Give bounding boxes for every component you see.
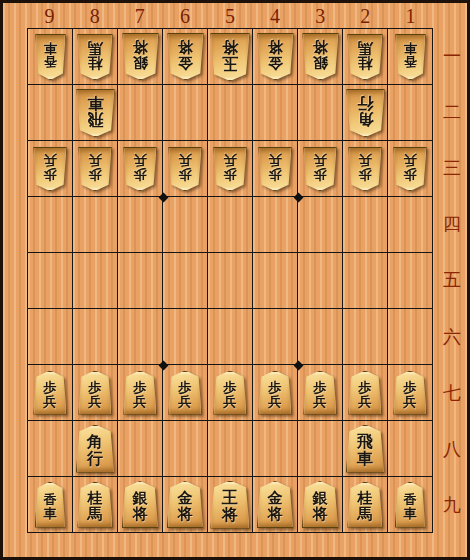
piece-kanji: 香車 bbox=[44, 41, 57, 68]
square-63[interactable]: 歩兵 bbox=[163, 141, 207, 196]
piece-sente-lance[interactable]: 香車 bbox=[395, 482, 426, 528]
piece-kanji: 歩兵 bbox=[268, 153, 282, 181]
rank-label-8: 八 bbox=[437, 421, 467, 477]
square-54[interactable] bbox=[208, 197, 252, 252]
square-32[interactable] bbox=[298, 85, 342, 140]
square-83[interactable]: 歩兵 bbox=[73, 141, 117, 196]
piece-kanji: 歩兵 bbox=[43, 381, 57, 409]
square-29[interactable]: 桂馬 bbox=[343, 477, 387, 532]
square-16[interactable] bbox=[388, 309, 432, 364]
piece-sente-pawn[interactable]: 歩兵 bbox=[348, 371, 382, 415]
square-26[interactable] bbox=[343, 309, 387, 364]
file-label-8: 8 bbox=[72, 3, 117, 29]
file-label-5: 5 bbox=[207, 3, 252, 29]
rank-label-6: 六 bbox=[437, 309, 467, 365]
square-85[interactable] bbox=[73, 253, 117, 308]
piece-sente-pawn[interactable]: 歩兵 bbox=[33, 371, 67, 415]
piece-kanji: 歩兵 bbox=[178, 153, 192, 181]
square-28[interactable]: 飛車 bbox=[343, 421, 387, 476]
square-51[interactable]: 玉将 bbox=[208, 29, 252, 84]
square-19[interactable]: 香車 bbox=[388, 477, 432, 532]
piece-gote-bishop[interactable]: 角行 bbox=[346, 89, 385, 137]
square-12[interactable] bbox=[388, 85, 432, 140]
piece-kanji: 飛車 bbox=[357, 434, 373, 467]
rank-label-1: 一 bbox=[437, 28, 467, 84]
square-87[interactable]: 歩兵 bbox=[73, 365, 117, 420]
piece-gote-pawn[interactable]: 歩兵 bbox=[303, 147, 337, 191]
file-label-9: 9 bbox=[27, 3, 72, 29]
piece-kanji: 歩兵 bbox=[268, 381, 282, 409]
square-93[interactable]: 歩兵 bbox=[28, 141, 72, 196]
square-77[interactable]: 歩兵 bbox=[118, 365, 162, 420]
piece-sente-bishop[interactable]: 角行 bbox=[76, 425, 115, 473]
square-98[interactable] bbox=[28, 421, 72, 476]
square-72[interactable] bbox=[118, 85, 162, 140]
square-31[interactable]: 銀将 bbox=[298, 29, 342, 84]
square-43[interactable]: 歩兵 bbox=[253, 141, 297, 196]
file-label-6: 6 bbox=[162, 3, 207, 29]
square-47[interactable]: 歩兵 bbox=[253, 365, 297, 420]
square-66[interactable] bbox=[163, 309, 207, 364]
piece-sente-knight[interactable]: 桂馬 bbox=[347, 482, 383, 528]
piece-kanji: 銀将 bbox=[133, 491, 148, 522]
piece-kanji: 桂馬 bbox=[88, 39, 103, 70]
square-91[interactable]: 香車 bbox=[28, 29, 72, 84]
square-42[interactable] bbox=[253, 85, 297, 140]
piece-kanji: 香車 bbox=[404, 41, 417, 68]
shogi-board: 香車桂馬銀将金将玉将金将銀将桂馬香車飛車角行歩兵歩兵歩兵歩兵歩兵歩兵歩兵歩兵歩兵… bbox=[27, 28, 433, 533]
piece-kanji: 香車 bbox=[44, 493, 57, 520]
piece-sente-silver[interactable]: 銀将 bbox=[302, 481, 339, 528]
square-57[interactable]: 歩兵 bbox=[208, 365, 252, 420]
square-67[interactable]: 歩兵 bbox=[163, 365, 207, 420]
square-53[interactable]: 歩兵 bbox=[208, 141, 252, 196]
piece-gote-pawn[interactable]: 歩兵 bbox=[78, 147, 112, 191]
piece-kanji: 金将 bbox=[178, 39, 193, 70]
piece-sente-pawn[interactable]: 歩兵 bbox=[393, 371, 427, 415]
square-69[interactable]: 金将 bbox=[163, 477, 207, 532]
square-94[interactable] bbox=[28, 197, 72, 252]
piece-sente-silver[interactable]: 銀将 bbox=[122, 481, 159, 528]
piece-kanji: 角行 bbox=[87, 434, 103, 467]
piece-kanji: 歩兵 bbox=[358, 153, 372, 181]
square-95[interactable] bbox=[28, 253, 72, 308]
square-89[interactable]: 桂馬 bbox=[73, 477, 117, 532]
file-label-4: 4 bbox=[253, 3, 298, 29]
square-22[interactable]: 角行 bbox=[343, 85, 387, 140]
square-97[interactable]: 歩兵 bbox=[28, 365, 72, 420]
file-label-3: 3 bbox=[298, 3, 343, 29]
piece-gote-pawn[interactable]: 歩兵 bbox=[213, 147, 247, 191]
piece-gote-pawn[interactable]: 歩兵 bbox=[168, 147, 202, 191]
piece-kanji: 歩兵 bbox=[403, 381, 417, 409]
square-61[interactable]: 金将 bbox=[163, 29, 207, 84]
piece-kanji: 飛車 bbox=[87, 94, 103, 127]
piece-sente-pawn[interactable]: 歩兵 bbox=[78, 371, 112, 415]
square-41[interactable]: 金将 bbox=[253, 29, 297, 84]
piece-kanji: 歩兵 bbox=[223, 153, 237, 181]
square-86[interactable] bbox=[73, 309, 117, 364]
square-25[interactable] bbox=[343, 253, 387, 308]
piece-sente-knight[interactable]: 桂馬 bbox=[77, 482, 113, 528]
piece-gote-silver[interactable]: 銀将 bbox=[122, 33, 159, 80]
board-grid: 香車桂馬銀将金将玉将金将銀将桂馬香車飛車角行歩兵歩兵歩兵歩兵歩兵歩兵歩兵歩兵歩兵… bbox=[27, 28, 433, 533]
piece-gote-pawn[interactable]: 歩兵 bbox=[393, 147, 427, 191]
square-44[interactable] bbox=[253, 197, 297, 252]
square-23[interactable]: 歩兵 bbox=[343, 141, 387, 196]
piece-kanji: 銀将 bbox=[313, 491, 328, 522]
piece-kanji: 歩兵 bbox=[88, 153, 102, 181]
square-76[interactable] bbox=[118, 309, 162, 364]
piece-gote-king[interactable]: 玉将 bbox=[210, 33, 250, 81]
piece-sente-pawn[interactable]: 歩兵 bbox=[303, 371, 337, 415]
square-45[interactable] bbox=[253, 253, 297, 308]
square-55[interactable] bbox=[208, 253, 252, 308]
file-label-2: 2 bbox=[343, 3, 388, 29]
square-24[interactable] bbox=[343, 197, 387, 252]
square-15[interactable] bbox=[388, 253, 432, 308]
square-13[interactable]: 歩兵 bbox=[388, 141, 432, 196]
piece-kanji: 歩兵 bbox=[358, 381, 372, 409]
square-46[interactable] bbox=[253, 309, 297, 364]
square-39[interactable]: 銀将 bbox=[298, 477, 342, 532]
piece-gote-lance[interactable]: 香車 bbox=[35, 34, 66, 80]
piece-gote-silver[interactable]: 銀将 bbox=[302, 33, 339, 80]
piece-gote-pawn[interactable]: 歩兵 bbox=[258, 147, 292, 191]
rank-label-9: 九 bbox=[437, 477, 467, 533]
piece-kanji: 桂馬 bbox=[358, 39, 373, 70]
piece-sente-gold[interactable]: 金将 bbox=[257, 481, 294, 528]
square-59[interactable]: 王将 bbox=[208, 477, 252, 532]
piece-kanji: 銀将 bbox=[313, 39, 328, 70]
shogi-board-window: 987654321 一二三四五六七八九 香車桂馬銀将金将玉将金将銀将桂馬香車飛車… bbox=[0, 0, 470, 560]
piece-gote-knight[interactable]: 桂馬 bbox=[77, 34, 113, 80]
piece-kanji: 歩兵 bbox=[403, 153, 417, 181]
square-33[interactable]: 歩兵 bbox=[298, 141, 342, 196]
square-73[interactable]: 歩兵 bbox=[118, 141, 162, 196]
square-74[interactable] bbox=[118, 197, 162, 252]
square-17[interactable]: 歩兵 bbox=[388, 365, 432, 420]
piece-sente-pawn[interactable]: 歩兵 bbox=[123, 371, 157, 415]
piece-kanji: 香車 bbox=[404, 493, 417, 520]
piece-kanji: 玉将 bbox=[222, 38, 238, 71]
square-75[interactable] bbox=[118, 253, 162, 308]
piece-kanji: 歩兵 bbox=[133, 381, 147, 409]
piece-sente-lance[interactable]: 香車 bbox=[35, 482, 66, 528]
square-52[interactable] bbox=[208, 85, 252, 140]
square-79[interactable]: 銀将 bbox=[118, 477, 162, 532]
piece-gote-gold[interactable]: 金将 bbox=[167, 33, 204, 80]
piece-kanji: 歩兵 bbox=[223, 381, 237, 409]
square-56[interactable] bbox=[208, 309, 252, 364]
piece-gote-lance[interactable]: 香車 bbox=[395, 34, 426, 80]
rank-coordinates: 一二三四五六七八九 bbox=[437, 28, 467, 533]
piece-kanji: 歩兵 bbox=[313, 153, 327, 181]
square-18[interactable] bbox=[388, 421, 432, 476]
square-37[interactable]: 歩兵 bbox=[298, 365, 342, 420]
square-81[interactable]: 桂馬 bbox=[73, 29, 117, 84]
file-label-1: 1 bbox=[388, 3, 433, 29]
square-68[interactable] bbox=[163, 421, 207, 476]
square-11[interactable]: 香車 bbox=[388, 29, 432, 84]
square-78[interactable] bbox=[118, 421, 162, 476]
piece-kanji: 銀将 bbox=[133, 39, 148, 70]
piece-kanji: 歩兵 bbox=[43, 153, 57, 181]
rank-label-4: 四 bbox=[437, 196, 467, 252]
square-84[interactable] bbox=[73, 197, 117, 252]
piece-sente-king[interactable]: 王将 bbox=[210, 481, 250, 529]
piece-kanji: 桂馬 bbox=[358, 491, 373, 522]
piece-kanji: 金将 bbox=[268, 491, 283, 522]
square-99[interactable]: 香車 bbox=[28, 477, 72, 532]
square-36[interactable] bbox=[298, 309, 342, 364]
piece-sente-gold[interactable]: 金将 bbox=[167, 481, 204, 528]
square-92[interactable] bbox=[28, 85, 72, 140]
rank-label-5: 五 bbox=[437, 252, 467, 308]
square-27[interactable]: 歩兵 bbox=[343, 365, 387, 420]
piece-kanji: 王将 bbox=[222, 490, 238, 523]
file-label-7: 7 bbox=[117, 3, 162, 29]
square-88[interactable]: 角行 bbox=[73, 421, 117, 476]
piece-kanji: 歩兵 bbox=[313, 381, 327, 409]
rank-label-2: 二 bbox=[437, 84, 467, 140]
square-49[interactable]: 金将 bbox=[253, 477, 297, 532]
piece-sente-pawn[interactable]: 歩兵 bbox=[258, 371, 292, 415]
piece-kanji: 歩兵 bbox=[133, 153, 147, 181]
piece-sente-pawn[interactable]: 歩兵 bbox=[168, 371, 202, 415]
piece-sente-pawn[interactable]: 歩兵 bbox=[213, 371, 247, 415]
square-34[interactable] bbox=[298, 197, 342, 252]
piece-gote-pawn[interactable]: 歩兵 bbox=[33, 147, 67, 191]
square-38[interactable] bbox=[298, 421, 342, 476]
square-48[interactable] bbox=[253, 421, 297, 476]
square-14[interactable] bbox=[388, 197, 432, 252]
piece-kanji: 金将 bbox=[268, 39, 283, 70]
piece-gote-knight[interactable]: 桂馬 bbox=[347, 34, 383, 80]
square-82[interactable]: 飛車 bbox=[73, 85, 117, 140]
square-71[interactable]: 銀将 bbox=[118, 29, 162, 84]
piece-gote-gold[interactable]: 金将 bbox=[257, 33, 294, 80]
file-coordinates: 987654321 bbox=[27, 3, 433, 29]
piece-kanji: 歩兵 bbox=[88, 381, 102, 409]
square-35[interactable] bbox=[298, 253, 342, 308]
piece-kanji: 桂馬 bbox=[88, 491, 103, 522]
piece-sente-rook[interactable]: 飛車 bbox=[346, 425, 385, 473]
piece-kanji: 角行 bbox=[357, 94, 373, 127]
piece-gote-rook[interactable]: 飛車 bbox=[76, 89, 115, 137]
piece-gote-pawn[interactable]: 歩兵 bbox=[123, 147, 157, 191]
piece-kanji: 歩兵 bbox=[178, 381, 192, 409]
rank-label-3: 三 bbox=[437, 140, 467, 196]
square-64[interactable] bbox=[163, 197, 207, 252]
rank-label-7: 七 bbox=[437, 365, 467, 421]
square-58[interactable] bbox=[208, 421, 252, 476]
square-62[interactable] bbox=[163, 85, 207, 140]
square-65[interactable] bbox=[163, 253, 207, 308]
square-96[interactable] bbox=[28, 309, 72, 364]
square-21[interactable]: 桂馬 bbox=[343, 29, 387, 84]
piece-gote-pawn[interactable]: 歩兵 bbox=[348, 147, 382, 191]
piece-kanji: 金将 bbox=[178, 491, 193, 522]
